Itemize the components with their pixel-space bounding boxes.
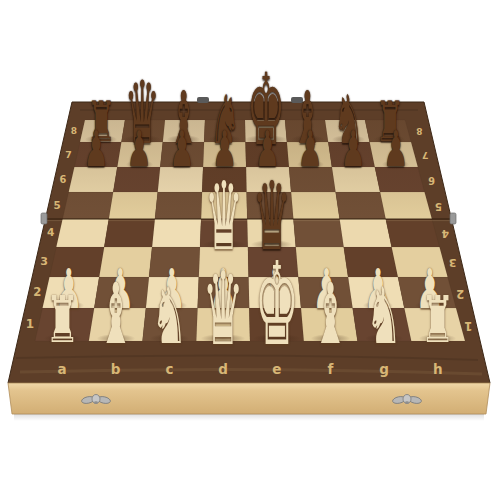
chess-board: abcdefgh1122334455667788 [0,0,500,500]
field-shade [35,120,465,341]
rank-label-left-1: 1 [26,317,34,331]
rank-label-right-4: 4 [441,227,448,240]
side-hinge-right [450,213,456,224]
rank-label-left-8: 8 [71,126,77,136]
file-label-b: b [111,361,121,377]
rank-label-left-5: 5 [53,199,60,211]
product-photo: abcdefgh1122334455667788 ♜♛♝♞♚♝♞♜♟♟♟♟♟♟♟… [0,0,500,500]
rank-label-left-4: 4 [47,226,54,239]
rank-label-right-3: 3 [449,256,457,269]
rank-label-right-2: 2 [456,287,464,301]
file-label-d: d [218,361,228,377]
back-hinge-right [291,97,303,103]
file-label-c: c [165,361,173,377]
rank-label-left-6: 6 [59,174,66,185]
file-label-a: a [57,361,66,377]
back-hinge-left [197,97,209,103]
side-hinge-left [41,213,47,224]
rank-label-right-6: 6 [428,175,435,186]
rank-label-right-5: 5 [435,201,442,213]
file-label-e: e [272,361,281,377]
rank-label-right-1: 1 [464,319,472,333]
rank-label-left-7: 7 [65,149,72,160]
rank-label-right-7: 7 [422,150,429,161]
rank-label-left-3: 3 [40,255,48,268]
floor-shadow [14,414,484,421]
rank-label-left-2: 2 [33,285,41,299]
file-label-g: g [379,361,389,377]
file-label-f: f [328,361,334,377]
file-label-h: h [433,361,443,377]
rank-label-right-8: 8 [416,126,422,136]
